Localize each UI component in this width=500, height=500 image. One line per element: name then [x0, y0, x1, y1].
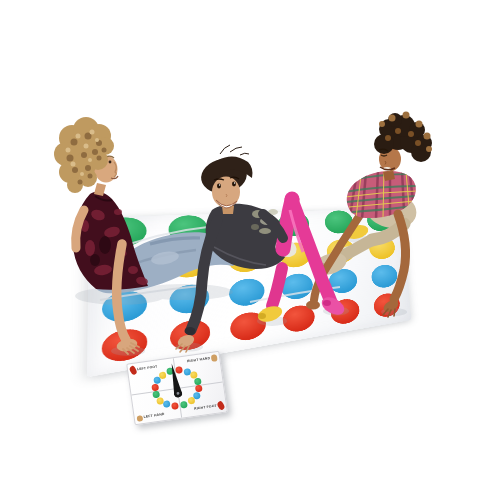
boy-head — [54, 117, 118, 196]
spinner-label-text: RIGHT FOOT — [194, 404, 217, 411]
hand-icon — [136, 415, 143, 422]
players-overlay — [0, 0, 500, 500]
girl-right-left-hand — [306, 301, 320, 310]
girl-right-head — [374, 112, 432, 182]
spinner-label-text: LEFT HAND — [144, 413, 165, 419]
spinner-card: LEFT FOOT RIGHT HAND LEFT HAND RIGHT FOO… — [126, 351, 228, 425]
hand-icon — [211, 354, 218, 361]
girl-middle-back-leg — [256, 268, 284, 325]
photo-stage: LEFT FOOT RIGHT HAND LEFT HAND RIGHT FOO… — [0, 0, 500, 500]
spinner-label-text: LEFT FOOT — [137, 365, 158, 371]
girl-middle-head — [198, 145, 252, 214]
spinner-arrow — [127, 352, 226, 424]
